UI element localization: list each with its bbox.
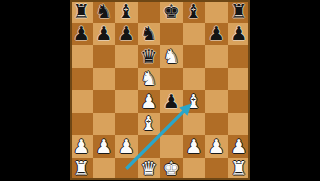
piece-white-pawn[interactable]: ♟ [185,136,202,155]
piece-black-pawn[interactable]: ♟ [230,24,247,43]
square-d5[interactable]: ♞ [138,68,161,91]
square-c3[interactable] [115,113,138,136]
square-c5[interactable] [115,68,138,91]
square-h4[interactable] [228,90,251,113]
square-b3[interactable] [93,113,116,136]
piece-black-bishop[interactable]: ♝ [185,1,202,20]
letterbox-right [250,0,320,180]
square-c2[interactable]: ♟ [115,135,138,158]
square-g3[interactable] [205,113,228,136]
square-h2[interactable]: ♟ [228,135,251,158]
piece-white-queen[interactable]: ♛ [140,159,157,178]
square-b4[interactable] [93,90,116,113]
chess-app-window: ♜♞♝♚♝♜♟♟♟♞♟♟♛♞♞♟♟♝♝♟♟♟♟♟♟♜♛♚♜ [0,0,320,180]
piece-black-pawn[interactable]: ♟ [118,24,135,43]
square-h6[interactable] [228,45,251,68]
piece-black-king[interactable]: ♚ [163,1,180,20]
square-h8[interactable]: ♜ [228,0,251,23]
square-d8[interactable] [138,0,161,23]
square-d1[interactable]: ♛ [138,158,161,181]
square-h1[interactable]: ♜ [228,158,251,181]
square-h7[interactable]: ♟ [228,23,251,46]
piece-black-bishop[interactable]: ♝ [118,1,135,20]
piece-white-king[interactable]: ♚ [163,159,180,178]
square-a4[interactable] [70,90,93,113]
piece-white-pawn[interactable]: ♟ [140,91,157,110]
piece-black-knight[interactable]: ♞ [95,1,112,20]
square-a2[interactable]: ♟ [70,135,93,158]
square-c7[interactable]: ♟ [115,23,138,46]
square-d2[interactable] [138,135,161,158]
square-e7[interactable] [160,23,183,46]
square-e3[interactable] [160,113,183,136]
square-e8[interactable]: ♚ [160,0,183,23]
piece-black-rook[interactable]: ♜ [73,1,90,20]
piece-white-pawn[interactable]: ♟ [208,136,225,155]
square-c4[interactable] [115,90,138,113]
piece-white-pawn[interactable]: ♟ [230,136,247,155]
square-a7[interactable]: ♟ [70,23,93,46]
square-d7[interactable]: ♞ [138,23,161,46]
square-b7[interactable]: ♟ [93,23,116,46]
square-a6[interactable] [70,45,93,68]
square-g6[interactable] [205,45,228,68]
piece-white-rook[interactable]: ♜ [230,159,247,178]
square-f8[interactable]: ♝ [183,0,206,23]
square-b1[interactable] [93,158,116,181]
piece-white-rook[interactable]: ♜ [73,159,90,178]
square-g7[interactable]: ♟ [205,23,228,46]
square-f7[interactable] [183,23,206,46]
piece-white-bishop[interactable]: ♝ [185,91,202,110]
square-h5[interactable] [228,68,251,91]
square-b2[interactable]: ♟ [93,135,116,158]
piece-black-pawn[interactable]: ♟ [95,24,112,43]
square-g2[interactable]: ♟ [205,135,228,158]
square-e5[interactable] [160,68,183,91]
square-g4[interactable] [205,90,228,113]
piece-black-rook[interactable]: ♜ [230,1,247,20]
square-b8[interactable]: ♞ [93,0,116,23]
piece-white-pawn[interactable]: ♟ [73,136,90,155]
square-f3[interactable] [183,113,206,136]
piece-black-pawn[interactable]: ♟ [208,24,225,43]
square-d3[interactable]: ♝ [138,113,161,136]
square-e4[interactable]: ♟ [160,90,183,113]
square-e2[interactable] [160,135,183,158]
square-e6[interactable]: ♞ [160,45,183,68]
chess-board: ♜♞♝♚♝♜♟♟♟♞♟♟♛♞♞♟♟♝♝♟♟♟♟♟♟♜♛♚♜ [70,0,250,180]
piece-white-bishop[interactable]: ♝ [140,114,157,133]
square-g1[interactable] [205,158,228,181]
square-g5[interactable] [205,68,228,91]
square-g8[interactable] [205,0,228,23]
piece-black-queen[interactable]: ♛ [140,46,157,65]
piece-white-knight[interactable]: ♞ [163,46,180,65]
piece-black-knight[interactable]: ♞ [140,24,157,43]
square-b5[interactable] [93,68,116,91]
square-a3[interactable] [70,113,93,136]
square-f4[interactable]: ♝ [183,90,206,113]
square-d6[interactable]: ♛ [138,45,161,68]
letterbox-left [0,0,70,180]
piece-white-knight[interactable]: ♞ [140,69,157,88]
square-d4[interactable]: ♟ [138,90,161,113]
piece-white-pawn[interactable]: ♟ [95,136,112,155]
square-c8[interactable]: ♝ [115,0,138,23]
square-e1[interactable]: ♚ [160,158,183,181]
square-a5[interactable] [70,68,93,91]
square-a8[interactable]: ♜ [70,0,93,23]
square-f2[interactable]: ♟ [183,135,206,158]
piece-black-pawn[interactable]: ♟ [163,91,180,110]
square-h3[interactable] [228,113,251,136]
square-b6[interactable] [93,45,116,68]
piece-white-pawn[interactable]: ♟ [118,136,135,155]
square-f6[interactable] [183,45,206,68]
square-c6[interactable] [115,45,138,68]
square-f5[interactable] [183,68,206,91]
square-f1[interactable] [183,158,206,181]
square-a1[interactable]: ♜ [70,158,93,181]
square-c1[interactable] [115,158,138,181]
piece-black-pawn[interactable]: ♟ [73,24,90,43]
